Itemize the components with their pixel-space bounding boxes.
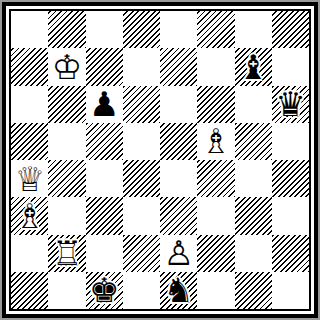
board-frame-black: ♚♔♝♝♟♟♛♛♝♗♛♕♝♗♜♖♟♙♚♚♞♞ [2,2,318,318]
black-knight-piece[interactable]: ♞ [160,272,197,309]
square-b6[interactable] [48,86,85,123]
square-h6[interactable]: ♛♛ [272,86,309,123]
white-queen-piece[interactable]: ♕ [11,160,48,197]
square-e7[interactable] [160,48,197,85]
square-a1[interactable] [11,272,48,309]
white-bishop-silhouette: ♝ [197,123,234,160]
square-d2[interactable] [123,235,160,272]
square-b2[interactable]: ♜♖ [48,235,85,272]
square-f8[interactable] [197,11,234,48]
square-h3[interactable] [272,197,309,234]
white-rook-piece[interactable]: ♖ [48,235,85,272]
square-f2[interactable] [197,235,234,272]
square-b3[interactable] [48,197,85,234]
square-a5[interactable] [11,123,48,160]
square-d1[interactable] [123,272,160,309]
square-f1[interactable] [197,272,234,309]
square-e4[interactable] [160,160,197,197]
square-d4[interactable] [123,160,160,197]
square-f5[interactable]: ♝♗ [197,123,234,160]
white-queen-silhouette: ♛ [11,160,48,197]
square-b8[interactable] [48,11,85,48]
square-h8[interactable] [272,11,309,48]
white-pawn-silhouette: ♟ [160,235,197,272]
square-e3[interactable] [160,197,197,234]
black-knight-silhouette: ♞ [160,272,197,309]
black-pawn-piece[interactable]: ♟ [86,86,123,123]
board-frame-inner-line: ♚♔♝♝♟♟♛♛♝♗♛♕♝♗♜♖♟♙♚♚♞♞ [9,9,311,311]
square-g8[interactable] [235,11,272,48]
square-a8[interactable] [11,11,48,48]
square-f4[interactable] [197,160,234,197]
black-bishop-piece[interactable]: ♝ [235,48,272,85]
square-d5[interactable] [123,123,160,160]
white-pawn-piece[interactable]: ♙ [160,235,197,272]
square-h4[interactable] [272,160,309,197]
square-g1[interactable] [235,272,272,309]
square-b1[interactable] [48,272,85,309]
square-d3[interactable] [123,197,160,234]
black-bishop-silhouette: ♝ [235,48,272,85]
white-bishop-silhouette: ♝ [11,197,48,234]
black-queen-piece[interactable]: ♛ [272,86,309,123]
square-c5[interactable] [86,123,123,160]
white-king-silhouette: ♚ [48,48,85,85]
square-h2[interactable] [272,235,309,272]
square-e1[interactable]: ♞♞ [160,272,197,309]
chess-board: ♚♔♝♝♟♟♛♛♝♗♛♕♝♗♜♖♟♙♚♚♞♞ [11,11,309,309]
square-c1[interactable]: ♚♚ [86,272,123,309]
square-h1[interactable] [272,272,309,309]
square-a4[interactable]: ♛♕ [11,160,48,197]
square-d6[interactable] [123,86,160,123]
square-f3[interactable] [197,197,234,234]
white-bishop-piece[interactable]: ♗ [197,123,234,160]
square-a7[interactable] [11,48,48,85]
square-e5[interactable] [160,123,197,160]
white-king-piece[interactable]: ♔ [48,48,85,85]
square-g5[interactable] [235,123,272,160]
board-frame-white-gap: ♚♔♝♝♟♟♛♛♝♗♛♕♝♗♜♖♟♙♚♚♞♞ [6,6,314,314]
square-g4[interactable] [235,160,272,197]
square-c8[interactable] [86,11,123,48]
board-frame-outer-gray: ♚♔♝♝♟♟♛♛♝♗♛♕♝♗♜♖♟♙♚♚♞♞ [0,0,320,320]
black-pawn-silhouette: ♟ [86,86,123,123]
black-queen-silhouette: ♛ [272,86,309,123]
black-king-silhouette: ♚ [86,272,123,309]
square-a3[interactable]: ♝♗ [11,197,48,234]
square-g2[interactable] [235,235,272,272]
square-g3[interactable] [235,197,272,234]
square-b4[interactable] [48,160,85,197]
square-d8[interactable] [123,11,160,48]
square-b7[interactable]: ♚♔ [48,48,85,85]
square-a2[interactable] [11,235,48,272]
square-e6[interactable] [160,86,197,123]
square-c3[interactable] [86,197,123,234]
square-b5[interactable] [48,123,85,160]
square-g6[interactable] [235,86,272,123]
square-e2[interactable]: ♟♙ [160,235,197,272]
square-h5[interactable] [272,123,309,160]
square-c6[interactable]: ♟♟ [86,86,123,123]
white-bishop-piece[interactable]: ♗ [11,197,48,234]
square-d7[interactable] [123,48,160,85]
square-g7[interactable]: ♝♝ [235,48,272,85]
chess-diagram: ♚♔♝♝♟♟♛♛♝♗♛♕♝♗♜♖♟♙♚♚♞♞ [0,0,320,320]
black-king-piece[interactable]: ♚ [86,272,123,309]
square-f7[interactable] [197,48,234,85]
white-rook-silhouette: ♜ [48,235,85,272]
square-h7[interactable] [272,48,309,85]
square-c4[interactable] [86,160,123,197]
square-c7[interactable] [86,48,123,85]
square-c2[interactable] [86,235,123,272]
square-e8[interactable] [160,11,197,48]
square-a6[interactable] [11,86,48,123]
square-f6[interactable] [197,86,234,123]
